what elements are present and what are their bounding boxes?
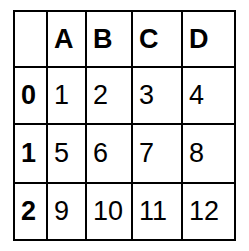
row-header-1: 1 (15, 125, 46, 182)
grid-cell-b1: 6 (87, 125, 131, 182)
row-header-0: 0 (15, 68, 46, 123)
column-header-a: A (48, 12, 85, 66)
grid-table: A B C D 0 1 2 3 4 1 5 6 7 8 2 9 10 11 12 (13, 10, 236, 241)
grid-cell-c1: 7 (133, 125, 181, 182)
corner-cell (15, 12, 46, 66)
grid-cell-d2: 12 (183, 184, 234, 239)
column-header-b: B (87, 12, 131, 66)
grid-cell-a0: 1 (48, 68, 85, 123)
grid-cell-d0: 4 (183, 68, 234, 123)
column-header-c: C (133, 12, 181, 66)
grid-cell-b0: 2 (87, 68, 131, 123)
grid-cell-c0: 3 (133, 68, 181, 123)
row-header-2: 2 (15, 184, 46, 239)
column-header-d: D (183, 12, 234, 66)
grid-cell-b2: 10 (87, 184, 131, 239)
grid-cell-a1: 5 (48, 125, 85, 182)
grid-cell-d1: 8 (183, 125, 234, 182)
grid-cell-a2: 9 (48, 184, 85, 239)
grid-cell-c2: 11 (133, 184, 181, 239)
